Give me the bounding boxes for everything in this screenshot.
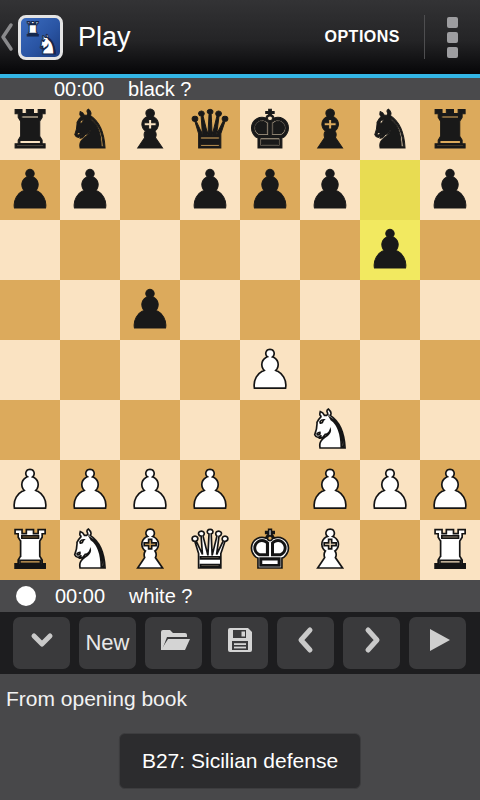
square-b6[interactable]: [60, 220, 120, 280]
square-g5[interactable]: [360, 280, 420, 340]
square-h3[interactable]: [420, 400, 480, 460]
square-e4[interactable]: ♟: [240, 340, 300, 400]
square-g8[interactable]: ♞: [360, 100, 420, 160]
move-forward-button[interactable]: [343, 617, 400, 669]
square-b8[interactable]: ♞: [60, 100, 120, 160]
engine-status-text: From opening book: [0, 674, 480, 711]
square-h1[interactable]: ♜: [420, 520, 480, 580]
square-f3[interactable]: ♞: [300, 400, 360, 460]
chevron-left-icon: [290, 624, 322, 662]
square-a2[interactable]: ♟: [0, 460, 60, 520]
page-title: Play: [78, 22, 131, 53]
black-pawn: ♟: [300, 160, 360, 220]
square-e5[interactable]: [240, 280, 300, 340]
folder-open-icon: [157, 624, 191, 662]
black-pawn: ♟: [60, 160, 120, 220]
square-c7[interactable]: [120, 160, 180, 220]
square-e8[interactable]: ♚: [240, 100, 300, 160]
square-e1[interactable]: ♚: [240, 520, 300, 580]
save-game-button[interactable]: [211, 617, 268, 669]
white-king: ♚: [240, 520, 300, 580]
square-e3[interactable]: [240, 400, 300, 460]
black-pawn: ♟: [240, 160, 300, 220]
square-d4[interactable]: [180, 340, 240, 400]
square-a4[interactable]: [0, 340, 60, 400]
engine-output-panel: From opening book B27: Sicilian defense: [0, 674, 480, 800]
app-icon[interactable]: ♜ ♞: [18, 15, 63, 60]
black-bishop: ♝: [300, 100, 360, 160]
square-a6[interactable]: [0, 220, 60, 280]
square-c5[interactable]: ♟: [120, 280, 180, 340]
square-b5[interactable]: [60, 280, 120, 340]
square-e6[interactable]: [240, 220, 300, 280]
black-rook: ♜: [0, 100, 60, 160]
black-knight: ♞: [60, 100, 120, 160]
options-menu-item[interactable]: OPTIONS: [300, 0, 424, 74]
square-d6[interactable]: [180, 220, 240, 280]
black-pawn: ♟: [120, 280, 180, 340]
black-bishop: ♝: [120, 100, 180, 160]
square-a1[interactable]: ♜: [0, 520, 60, 580]
white-bishop: ♝: [300, 520, 360, 580]
white-bishop: ♝: [120, 520, 180, 580]
white-pawn: ♟: [360, 460, 420, 520]
square-g3[interactable]: [360, 400, 420, 460]
white-rook: ♜: [420, 520, 480, 580]
black-king: ♚: [240, 100, 300, 160]
black-pawn: ♟: [180, 160, 240, 220]
square-b2[interactable]: ♟: [60, 460, 120, 520]
square-f4[interactable]: [300, 340, 360, 400]
white-knight: ♞: [300, 400, 360, 460]
action-bar: ♜ ♞ Play OPTIONS: [0, 0, 480, 74]
white-pawn: ♟: [0, 460, 60, 520]
square-c8[interactable]: ♝: [120, 100, 180, 160]
square-b3[interactable]: [60, 400, 120, 460]
square-e2[interactable]: [240, 460, 300, 520]
save-icon: [224, 624, 256, 662]
black-pawn: ♟: [360, 220, 420, 280]
square-c6[interactable]: [120, 220, 180, 280]
square-a7[interactable]: ♟: [0, 160, 60, 220]
opening-name-toast: B27: Sicilian defense: [119, 733, 361, 789]
square-a8[interactable]: ♜: [0, 100, 60, 160]
white-clock-time: 00:00: [55, 585, 105, 608]
square-b7[interactable]: ♟: [60, 160, 120, 220]
black-pawn: ♟: [420, 160, 480, 220]
square-g2[interactable]: ♟: [360, 460, 420, 520]
square-a5[interactable]: [0, 280, 60, 340]
app-icon-knight-icon: ♞: [36, 31, 60, 58]
square-g4[interactable]: [360, 340, 420, 400]
square-e7[interactable]: ♟: [240, 160, 300, 220]
black-player-label: black ?: [128, 78, 191, 101]
white-pawn: ♟: [60, 460, 120, 520]
black-knight: ♞: [360, 100, 420, 160]
move-back-button[interactable]: [277, 617, 334, 669]
white-queen: ♛: [180, 520, 240, 580]
square-g7[interactable]: [360, 160, 420, 220]
play-icon: [422, 624, 454, 662]
square-h4[interactable]: [420, 340, 480, 400]
chess-board: ♜♞♝♛♚♝♞♜♟♟♟♟♟♟♟♟♟♞♟♟♟♟♟♟♟♜♞♝♛♚♝♜: [0, 100, 480, 580]
black-clock-time: 00:00: [54, 78, 104, 101]
white-player-label: white ?: [129, 585, 192, 608]
square-c2[interactable]: ♟: [120, 460, 180, 520]
square-a3[interactable]: [0, 400, 60, 460]
white-pawn: ♟: [300, 460, 360, 520]
square-b4[interactable]: [60, 340, 120, 400]
square-f1[interactable]: ♝: [300, 520, 360, 580]
square-c3[interactable]: [120, 400, 180, 460]
chevron-right-icon: [356, 624, 388, 662]
white-to-move-indicator: [16, 586, 36, 606]
black-rook: ♜: [420, 100, 480, 160]
square-h5[interactable]: [420, 280, 480, 340]
square-d1[interactable]: ♛: [180, 520, 240, 580]
square-g6[interactable]: ♟: [360, 220, 420, 280]
white-clock-row: 00:00 white ?: [0, 580, 480, 612]
square-d8[interactable]: ♛: [180, 100, 240, 160]
square-h8[interactable]: ♜: [420, 100, 480, 160]
white-pawn: ♟: [420, 460, 480, 520]
square-h7[interactable]: ♟: [420, 160, 480, 220]
white-pawn: ♟: [240, 340, 300, 400]
square-f6[interactable]: [300, 220, 360, 280]
expand-button[interactable]: [13, 617, 70, 669]
white-rook: ♜: [0, 520, 60, 580]
square-f5[interactable]: [300, 280, 360, 340]
engine-play-button[interactable]: [409, 617, 466, 669]
square-f7[interactable]: ♟: [300, 160, 360, 220]
square-b1[interactable]: ♞: [60, 520, 120, 580]
overflow-menu-icon[interactable]: [425, 0, 480, 74]
chess-app-screen: { "game": "chess", "app_bar": { "title":…: [0, 0, 480, 800]
square-c1[interactable]: ♝: [120, 520, 180, 580]
white-pawn: ♟: [180, 460, 240, 520]
square-d7[interactable]: ♟: [180, 160, 240, 220]
square-f8[interactable]: ♝: [300, 100, 360, 160]
game-toolbar: New: [0, 612, 480, 674]
white-knight: ♞: [60, 520, 120, 580]
square-h6[interactable]: [420, 220, 480, 280]
new-game-label: New: [85, 630, 129, 656]
black-queen: ♛: [180, 100, 240, 160]
chevron-down-icon: [26, 624, 58, 662]
new-game-button[interactable]: New: [79, 617, 136, 669]
square-d2[interactable]: ♟: [180, 460, 240, 520]
square-f2[interactable]: ♟: [300, 460, 360, 520]
square-h2[interactable]: ♟: [420, 460, 480, 520]
back-chevron-icon[interactable]: [0, 20, 14, 54]
square-d5[interactable]: [180, 280, 240, 340]
black-clock-row: 00:00 black ?: [0, 78, 480, 100]
square-g1[interactable]: [360, 520, 420, 580]
square-c4[interactable]: [120, 340, 180, 400]
white-pawn: ♟: [120, 460, 180, 520]
black-pawn: ♟: [0, 160, 60, 220]
square-d3[interactable]: [180, 400, 240, 460]
load-game-button[interactable]: [145, 617, 202, 669]
